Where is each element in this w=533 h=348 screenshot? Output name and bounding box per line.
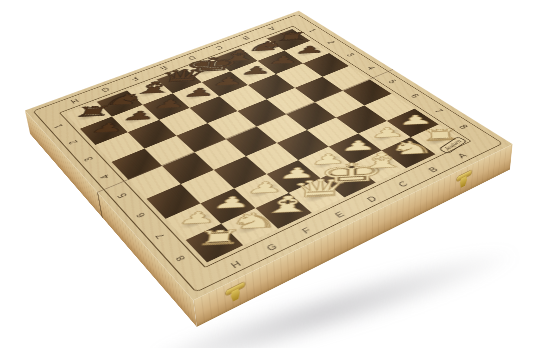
square-e3[interactable] [190, 96, 238, 123]
square-b4[interactable] [295, 77, 343, 103]
chess-board: HHGGFFEEDDCCBBAA1122334455667788 Jeujura… [25, 11, 513, 300]
square-d4[interactable] [237, 99, 286, 126]
brass-latch-icon [457, 170, 472, 181]
piece-black-rook-h1[interactable]: ♜ [69, 105, 115, 118]
square-b3[interactable] [276, 63, 323, 87]
brass-latch-icon [226, 282, 245, 296]
chess-set-photo: HHGGFFEEDDCCBBAA1122334455667788 Jeujura… [0, 0, 533, 348]
scene: HHGGFFEEDDCCBBAA1122334455667788 Jeujura… [0, 0, 533, 348]
square-c4[interactable] [267, 88, 315, 114]
board-surface: HHGGFFEEDDCCBBAA1122334455667788 Jeujura… [25, 11, 513, 300]
coordinate-labels: HHGGFFEEDDCCBBAA1122334455667788 [25, 11, 299, 111]
square-c3[interactable] [248, 74, 295, 99]
square-d3[interactable] [219, 85, 266, 111]
piece-black-pawn-h2[interactable]: ♟ [84, 122, 131, 134]
square-b5[interactable] [315, 91, 364, 118]
